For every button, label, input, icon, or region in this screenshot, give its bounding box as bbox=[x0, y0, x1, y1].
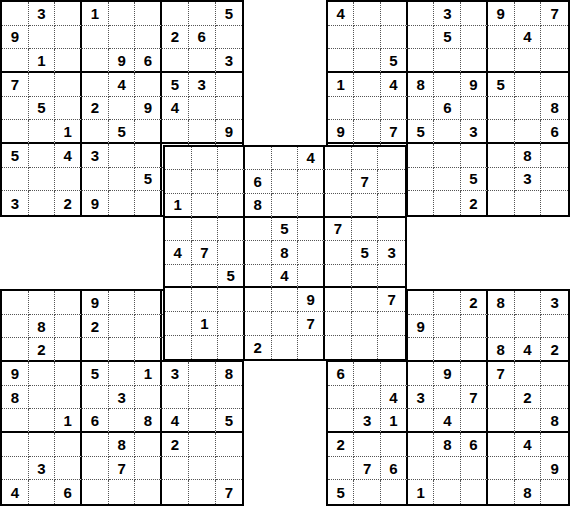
cell[interactable] bbox=[298, 241, 325, 265]
cell[interactable]: 3 bbox=[461, 120, 488, 144]
cell[interactable]: 8 bbox=[2, 386, 29, 410]
cell[interactable] bbox=[325, 312, 352, 336]
cell[interactable] bbox=[55, 433, 82, 457]
cell[interactable] bbox=[298, 218, 325, 242]
cell[interactable] bbox=[515, 457, 542, 481]
cell[interactable] bbox=[216, 97, 243, 121]
cell[interactable] bbox=[218, 288, 245, 312]
cell[interactable] bbox=[82, 120, 109, 144]
cell[interactable] bbox=[378, 170, 405, 194]
cell[interactable] bbox=[55, 2, 82, 26]
cell[interactable] bbox=[189, 362, 216, 386]
cell[interactable] bbox=[82, 49, 109, 73]
cell[interactable] bbox=[461, 315, 488, 339]
cell[interactable]: 2 bbox=[515, 386, 542, 410]
cell[interactable] bbox=[515, 409, 542, 433]
cell[interactable] bbox=[135, 457, 162, 481]
cell[interactable]: 3 bbox=[378, 241, 405, 265]
cell[interactable] bbox=[192, 218, 219, 242]
cell[interactable] bbox=[29, 291, 56, 315]
cell[interactable] bbox=[541, 315, 568, 339]
cell[interactable] bbox=[2, 291, 29, 315]
cell[interactable]: 7 bbox=[378, 288, 405, 312]
cell[interactable] bbox=[488, 433, 515, 457]
cell[interactable] bbox=[354, 49, 381, 73]
cell[interactable] bbox=[515, 362, 542, 386]
cell[interactable]: 4 bbox=[162, 97, 189, 121]
cell[interactable]: 9 bbox=[82, 191, 109, 215]
cell[interactable] bbox=[461, 480, 488, 504]
cell[interactable] bbox=[381, 26, 408, 50]
cell[interactable]: 3 bbox=[541, 291, 568, 315]
cell[interactable] bbox=[216, 73, 243, 97]
cell[interactable]: 4 bbox=[2, 480, 29, 504]
cell[interactable]: 8 bbox=[488, 291, 515, 315]
cell[interactable] bbox=[165, 336, 192, 360]
cell[interactable] bbox=[488, 480, 515, 504]
cell[interactable]: 3 bbox=[515, 168, 542, 192]
cell[interactable] bbox=[408, 49, 435, 73]
cell[interactable] bbox=[192, 170, 219, 194]
cell[interactable] bbox=[109, 26, 136, 50]
cell[interactable] bbox=[109, 168, 136, 192]
cell[interactable] bbox=[29, 26, 56, 50]
cell[interactable]: 7 bbox=[381, 120, 408, 144]
cell[interactable] bbox=[272, 194, 299, 218]
cell[interactable]: 8 bbox=[272, 241, 299, 265]
cell[interactable] bbox=[461, 338, 488, 362]
cell[interactable]: 2 bbox=[162, 433, 189, 457]
cell[interactable] bbox=[515, 291, 542, 315]
cell[interactable]: 1 bbox=[82, 2, 109, 26]
cell[interactable]: 6 bbox=[135, 49, 162, 73]
cell[interactable]: 2 bbox=[55, 191, 82, 215]
cell[interactable] bbox=[135, 480, 162, 504]
cell[interactable]: 1 bbox=[192, 312, 219, 336]
cell[interactable]: 2 bbox=[29, 338, 56, 362]
cell[interactable] bbox=[109, 409, 136, 433]
cell[interactable]: 7 bbox=[325, 218, 352, 242]
cell[interactable]: 5 bbox=[272, 218, 299, 242]
cell[interactable] bbox=[378, 194, 405, 218]
cell[interactable]: 5 bbox=[2, 144, 29, 168]
cell[interactable] bbox=[434, 338, 461, 362]
cell[interactable]: 6 bbox=[328, 362, 355, 386]
cell[interactable]: 9 bbox=[82, 291, 109, 315]
cell[interactable] bbox=[354, 97, 381, 121]
cell[interactable] bbox=[352, 147, 379, 171]
cell[interactable] bbox=[2, 338, 29, 362]
cell[interactable] bbox=[325, 194, 352, 218]
cell[interactable] bbox=[434, 315, 461, 339]
cell[interactable] bbox=[325, 170, 352, 194]
cell[interactable] bbox=[2, 2, 29, 26]
cell[interactable] bbox=[2, 457, 29, 481]
cell[interactable] bbox=[218, 312, 245, 336]
cell[interactable]: 3 bbox=[189, 73, 216, 97]
cell[interactable] bbox=[82, 73, 109, 97]
cell[interactable]: 9 bbox=[408, 315, 435, 339]
cell[interactable]: 1 bbox=[135, 362, 162, 386]
cell[interactable] bbox=[165, 147, 192, 171]
cell[interactable] bbox=[461, 457, 488, 481]
cell[interactable] bbox=[352, 194, 379, 218]
cell[interactable]: 2 bbox=[461, 191, 488, 215]
cell[interactable] bbox=[55, 73, 82, 97]
cell[interactable]: 3 bbox=[354, 409, 381, 433]
cell[interactable]: 2 bbox=[328, 433, 355, 457]
cell[interactable] bbox=[461, 2, 488, 26]
cell[interactable] bbox=[82, 433, 109, 457]
cell[interactable]: 7 bbox=[352, 170, 379, 194]
cell[interactable] bbox=[408, 191, 435, 215]
cell[interactable] bbox=[408, 2, 435, 26]
cell[interactable] bbox=[135, 433, 162, 457]
cell[interactable] bbox=[488, 26, 515, 50]
cell[interactable] bbox=[461, 97, 488, 121]
cell[interactable] bbox=[515, 315, 542, 339]
cell[interactable]: 3 bbox=[109, 386, 136, 410]
cell[interactable] bbox=[328, 386, 355, 410]
cell[interactable] bbox=[82, 168, 109, 192]
cell[interactable] bbox=[189, 97, 216, 121]
cell[interactable] bbox=[378, 265, 405, 289]
cell[interactable] bbox=[109, 362, 136, 386]
cell[interactable]: 8 bbox=[515, 144, 542, 168]
cell[interactable] bbox=[109, 480, 136, 504]
cell[interactable] bbox=[192, 288, 219, 312]
cell[interactable]: 9 bbox=[328, 120, 355, 144]
cell[interactable]: 2 bbox=[162, 26, 189, 50]
cell[interactable] bbox=[515, 2, 542, 26]
cell[interactable] bbox=[192, 147, 219, 171]
cell[interactable]: 6 bbox=[434, 97, 461, 121]
cell[interactable]: 8 bbox=[541, 409, 568, 433]
cell[interactable]: 8 bbox=[408, 73, 435, 97]
cell[interactable] bbox=[354, 26, 381, 50]
cell[interactable] bbox=[325, 288, 352, 312]
cell[interactable] bbox=[218, 218, 245, 242]
cell[interactable] bbox=[352, 288, 379, 312]
cell[interactable] bbox=[55, 49, 82, 73]
cell[interactable] bbox=[272, 288, 299, 312]
cell[interactable]: 6 bbox=[381, 457, 408, 481]
cell[interactable]: 1 bbox=[381, 409, 408, 433]
cell[interactable] bbox=[218, 147, 245, 171]
cell[interactable] bbox=[515, 191, 542, 215]
cell[interactable] bbox=[434, 144, 461, 168]
cell[interactable] bbox=[218, 170, 245, 194]
cell[interactable]: 5 bbox=[216, 409, 243, 433]
cell[interactable] bbox=[461, 362, 488, 386]
cell[interactable] bbox=[541, 26, 568, 50]
cell[interactable] bbox=[352, 336, 379, 360]
cell[interactable] bbox=[541, 191, 568, 215]
cell[interactable] bbox=[218, 336, 245, 360]
cell[interactable]: 3 bbox=[2, 191, 29, 215]
cell[interactable]: 6 bbox=[541, 120, 568, 144]
cell[interactable]: 2 bbox=[461, 291, 488, 315]
cell[interactable]: 5 bbox=[109, 120, 136, 144]
cell[interactable] bbox=[515, 73, 542, 97]
cell[interactable]: 5 bbox=[135, 168, 162, 192]
cell[interactable] bbox=[82, 26, 109, 50]
cell[interactable] bbox=[165, 312, 192, 336]
cell[interactable] bbox=[2, 409, 29, 433]
cell[interactable]: 5 bbox=[216, 2, 243, 26]
cell[interactable] bbox=[135, 2, 162, 26]
cell[interactable]: 4 bbox=[272, 265, 299, 289]
cell[interactable] bbox=[461, 409, 488, 433]
cell[interactable] bbox=[541, 49, 568, 73]
cell[interactable] bbox=[408, 26, 435, 50]
cell[interactable] bbox=[82, 457, 109, 481]
cell[interactable] bbox=[541, 144, 568, 168]
cell[interactable] bbox=[189, 409, 216, 433]
cell[interactable]: 5 bbox=[434, 26, 461, 50]
cell[interactable] bbox=[109, 2, 136, 26]
cell[interactable]: 4 bbox=[165, 241, 192, 265]
cell[interactable]: 7 bbox=[488, 362, 515, 386]
cell[interactable] bbox=[29, 120, 56, 144]
cell[interactable]: 5 bbox=[162, 73, 189, 97]
cell[interactable] bbox=[192, 265, 219, 289]
cell[interactable] bbox=[298, 170, 325, 194]
cell[interactable]: 2 bbox=[82, 315, 109, 339]
cell[interactable] bbox=[192, 194, 219, 218]
cell[interactable] bbox=[135, 386, 162, 410]
cell[interactable]: 8 bbox=[245, 194, 272, 218]
cell[interactable]: 9 bbox=[135, 97, 162, 121]
cell[interactable] bbox=[381, 433, 408, 457]
cell[interactable]: 9 bbox=[2, 362, 29, 386]
cell[interactable] bbox=[378, 218, 405, 242]
cell[interactable]: 3 bbox=[434, 2, 461, 26]
cell[interactable]: 9 bbox=[216, 120, 243, 144]
cell[interactable] bbox=[408, 457, 435, 481]
cell[interactable]: 5 bbox=[82, 362, 109, 386]
cell[interactable] bbox=[328, 97, 355, 121]
cell[interactable] bbox=[488, 97, 515, 121]
cell[interactable] bbox=[354, 386, 381, 410]
cell[interactable] bbox=[325, 241, 352, 265]
cell[interactable]: 9 bbox=[488, 2, 515, 26]
cell[interactable] bbox=[29, 409, 56, 433]
cell[interactable] bbox=[82, 386, 109, 410]
cell[interactable] bbox=[245, 218, 272, 242]
cell[interactable]: 5 bbox=[352, 241, 379, 265]
cell[interactable] bbox=[245, 147, 272, 171]
cell[interactable] bbox=[408, 409, 435, 433]
cell[interactable]: 4 bbox=[162, 409, 189, 433]
cell[interactable] bbox=[192, 336, 219, 360]
cell[interactable]: 7 bbox=[298, 312, 325, 336]
cell[interactable]: 1 bbox=[165, 194, 192, 218]
cell[interactable] bbox=[488, 386, 515, 410]
cell[interactable] bbox=[29, 168, 56, 192]
cell[interactable] bbox=[109, 291, 136, 315]
cell[interactable]: 9 bbox=[109, 49, 136, 73]
cell[interactable] bbox=[488, 457, 515, 481]
cell[interactable] bbox=[189, 2, 216, 26]
cell[interactable]: 8 bbox=[515, 480, 542, 504]
cell[interactable] bbox=[434, 386, 461, 410]
cell[interactable] bbox=[541, 73, 568, 97]
cell[interactable] bbox=[352, 218, 379, 242]
cell[interactable] bbox=[29, 386, 56, 410]
cell[interactable] bbox=[165, 265, 192, 289]
cell[interactable] bbox=[434, 457, 461, 481]
cell[interactable]: 4 bbox=[381, 73, 408, 97]
cell[interactable]: 5 bbox=[461, 168, 488, 192]
cell[interactable]: 7 bbox=[109, 457, 136, 481]
cell[interactable]: 4 bbox=[515, 433, 542, 457]
cell[interactable] bbox=[298, 265, 325, 289]
cell[interactable]: 2 bbox=[82, 97, 109, 121]
cell[interactable] bbox=[488, 144, 515, 168]
cell[interactable] bbox=[434, 291, 461, 315]
cell[interactable] bbox=[55, 386, 82, 410]
cell[interactable]: 8 bbox=[216, 362, 243, 386]
cell[interactable] bbox=[488, 191, 515, 215]
cell[interactable] bbox=[488, 315, 515, 339]
cell[interactable]: 3 bbox=[29, 2, 56, 26]
cell[interactable] bbox=[461, 26, 488, 50]
cell[interactable]: 9 bbox=[541, 457, 568, 481]
cell[interactable]: 5 bbox=[29, 97, 56, 121]
cell[interactable] bbox=[434, 191, 461, 215]
cell[interactable] bbox=[408, 338, 435, 362]
cell[interactable] bbox=[189, 49, 216, 73]
cell[interactable] bbox=[82, 338, 109, 362]
cell[interactable] bbox=[408, 168, 435, 192]
cell[interactable]: 8 bbox=[29, 315, 56, 339]
cell[interactable] bbox=[55, 315, 82, 339]
cell[interactable]: 4 bbox=[434, 409, 461, 433]
cell[interactable] bbox=[218, 194, 245, 218]
cell[interactable] bbox=[354, 120, 381, 144]
cell[interactable]: 8 bbox=[135, 409, 162, 433]
cell[interactable] bbox=[2, 433, 29, 457]
cell[interactable]: 5 bbox=[488, 73, 515, 97]
cell[interactable] bbox=[135, 191, 162, 215]
cell[interactable] bbox=[162, 49, 189, 73]
cell[interactable] bbox=[408, 97, 435, 121]
cell[interactable]: 9 bbox=[434, 362, 461, 386]
cell[interactable] bbox=[272, 170, 299, 194]
cell[interactable]: 7 bbox=[2, 73, 29, 97]
cell[interactable] bbox=[352, 265, 379, 289]
cell[interactable] bbox=[135, 291, 162, 315]
cell[interactable]: 2 bbox=[245, 336, 272, 360]
cell[interactable] bbox=[381, 97, 408, 121]
cell[interactable] bbox=[29, 480, 56, 504]
cell[interactable] bbox=[515, 120, 542, 144]
cell[interactable]: 1 bbox=[328, 73, 355, 97]
cell[interactable] bbox=[541, 168, 568, 192]
cell[interactable]: 7 bbox=[192, 241, 219, 265]
cell[interactable] bbox=[378, 312, 405, 336]
cell[interactable]: 6 bbox=[55, 480, 82, 504]
cell[interactable] bbox=[541, 433, 568, 457]
cell[interactable] bbox=[189, 480, 216, 504]
cell[interactable] bbox=[298, 194, 325, 218]
cell[interactable]: 6 bbox=[189, 26, 216, 50]
cell[interactable]: 1 bbox=[408, 480, 435, 504]
cell[interactable]: 9 bbox=[2, 26, 29, 50]
cell[interactable] bbox=[354, 433, 381, 457]
cell[interactable] bbox=[55, 457, 82, 481]
cell[interactable] bbox=[434, 480, 461, 504]
cell[interactable] bbox=[245, 241, 272, 265]
cell[interactable] bbox=[354, 480, 381, 504]
cell[interactable]: 3 bbox=[408, 386, 435, 410]
cell[interactable]: 4 bbox=[515, 26, 542, 50]
cell[interactable] bbox=[165, 288, 192, 312]
cell[interactable] bbox=[55, 338, 82, 362]
cell[interactable] bbox=[2, 120, 29, 144]
cell[interactable] bbox=[135, 26, 162, 50]
cell[interactable] bbox=[272, 312, 299, 336]
cell[interactable] bbox=[328, 409, 355, 433]
cell[interactable]: 7 bbox=[216, 480, 243, 504]
cell[interactable] bbox=[272, 147, 299, 171]
cell[interactable] bbox=[488, 120, 515, 144]
cell[interactable]: 6 bbox=[82, 409, 109, 433]
cell[interactable] bbox=[135, 338, 162, 362]
cell[interactable]: 3 bbox=[162, 362, 189, 386]
cell[interactable]: 8 bbox=[434, 433, 461, 457]
cell[interactable] bbox=[328, 26, 355, 50]
cell[interactable]: 1 bbox=[29, 49, 56, 73]
cell[interactable]: 7 bbox=[354, 457, 381, 481]
cell[interactable] bbox=[325, 147, 352, 171]
cell[interactable]: 5 bbox=[328, 480, 355, 504]
cell[interactable] bbox=[461, 49, 488, 73]
cell[interactable] bbox=[381, 362, 408, 386]
cell[interactable]: 2 bbox=[541, 338, 568, 362]
cell[interactable]: 1 bbox=[55, 120, 82, 144]
cell[interactable] bbox=[29, 73, 56, 97]
cell[interactable] bbox=[55, 97, 82, 121]
cell[interactable]: 5 bbox=[218, 265, 245, 289]
cell[interactable] bbox=[245, 312, 272, 336]
cell[interactable] bbox=[109, 97, 136, 121]
cell[interactable] bbox=[515, 49, 542, 73]
cell[interactable]: 8 bbox=[541, 97, 568, 121]
cell[interactable] bbox=[29, 433, 56, 457]
cell[interactable] bbox=[162, 2, 189, 26]
cell[interactable] bbox=[109, 338, 136, 362]
cell[interactable] bbox=[488, 49, 515, 73]
cell[interactable] bbox=[109, 191, 136, 215]
cell[interactable]: 4 bbox=[55, 144, 82, 168]
cell[interactable] bbox=[541, 362, 568, 386]
cell[interactable] bbox=[2, 49, 29, 73]
cell[interactable] bbox=[216, 26, 243, 50]
cell[interactable] bbox=[378, 336, 405, 360]
cell[interactable]: 5 bbox=[381, 49, 408, 73]
cell[interactable]: 9 bbox=[461, 73, 488, 97]
cell[interactable] bbox=[354, 2, 381, 26]
cell[interactable] bbox=[109, 144, 136, 168]
cell[interactable] bbox=[189, 386, 216, 410]
cell[interactable] bbox=[325, 265, 352, 289]
cell[interactable] bbox=[216, 457, 243, 481]
cell[interactable] bbox=[541, 480, 568, 504]
cell[interactable] bbox=[29, 191, 56, 215]
cell[interactable] bbox=[434, 49, 461, 73]
